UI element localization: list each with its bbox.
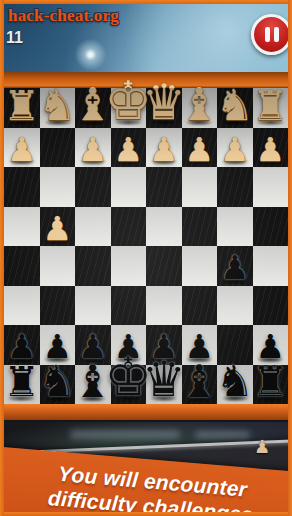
square[interactable]: ♛ xyxy=(146,88,182,128)
square[interactable]: ♞ xyxy=(217,88,253,128)
square[interactable] xyxy=(4,207,40,247)
square[interactable] xyxy=(146,207,182,247)
square[interactable]: ♞ xyxy=(40,365,76,405)
square[interactable] xyxy=(75,167,111,207)
square[interactable] xyxy=(40,167,76,207)
square[interactable] xyxy=(111,246,147,286)
square[interactable] xyxy=(111,167,147,207)
piece-white-pawn[interactable]: ♟ xyxy=(149,135,179,165)
square[interactable]: ♟ xyxy=(182,128,218,168)
move-counter: 11 xyxy=(6,29,23,47)
square[interactable] xyxy=(40,246,76,286)
watermark-text: hack-cheat.org xyxy=(8,6,119,26)
square[interactable] xyxy=(146,286,182,326)
piece-black-rook[interactable]: ♜ xyxy=(252,364,289,402)
square[interactable] xyxy=(182,286,218,326)
piece-white-pawn[interactable]: ♟ xyxy=(113,135,143,165)
piece-white-pawn[interactable]: ♟ xyxy=(184,135,214,165)
bottom-section: ♟ You will encounter difficulty challeng… xyxy=(0,422,292,516)
square[interactable]: ♜ xyxy=(4,88,40,128)
square[interactable] xyxy=(253,246,289,286)
square[interactable] xyxy=(182,167,218,207)
watermark-frame-bottom xyxy=(0,512,292,516)
square[interactable]: ♟ xyxy=(253,128,289,168)
square[interactable] xyxy=(217,286,253,326)
piece-white-rook[interactable]: ♜ xyxy=(3,88,40,126)
pause-icon xyxy=(274,27,279,42)
square[interactable]: ♟ xyxy=(4,128,40,168)
square[interactable]: ♜ xyxy=(253,365,289,405)
square[interactable] xyxy=(182,246,218,286)
watermark-frame-left xyxy=(0,0,4,516)
piece-white-pawn[interactable]: ♟ xyxy=(78,135,108,165)
blurred-text-artifact xyxy=(195,431,250,439)
square[interactable]: ♟ xyxy=(75,128,111,168)
square[interactable] xyxy=(4,286,40,326)
piece-black-knight[interactable]: ♞ xyxy=(38,362,77,402)
square[interactable] xyxy=(217,207,253,247)
square[interactable] xyxy=(111,207,147,247)
pause-icon xyxy=(265,27,270,42)
chess-board: ♜♞♝♚♛♝♞♜♟♟♟♟♟♟♟♟♟♟♟♟♟♟♟♟♜♞♝♚♛♝♞♜ xyxy=(0,72,292,420)
piece-black-rook[interactable]: ♜ xyxy=(3,364,40,402)
square[interactable]: ♝ xyxy=(182,88,218,128)
square[interactable] xyxy=(4,167,40,207)
piece-white-pawn[interactable]: ♟ xyxy=(220,135,250,165)
square[interactable] xyxy=(75,207,111,247)
piece-white-knight[interactable]: ♞ xyxy=(215,86,254,126)
square[interactable] xyxy=(146,246,182,286)
piece-white-pawn[interactable]: ♟ xyxy=(7,135,37,165)
board-grid: ♜♞♝♚♛♝♞♜♟♟♟♟♟♟♟♟♟♟♟♟♟♟♟♟♜♞♝♚♛♝♞♜ xyxy=(4,88,288,404)
square[interactable] xyxy=(253,286,289,326)
square[interactable]: ♛ xyxy=(146,365,182,405)
square[interactable]: ♟ xyxy=(217,246,253,286)
square[interactable] xyxy=(146,167,182,207)
watermark-frame-right xyxy=(288,0,292,516)
piece-white-bishop[interactable]: ♝ xyxy=(179,84,219,125)
square[interactable]: ♜ xyxy=(4,365,40,405)
square[interactable] xyxy=(4,246,40,286)
square[interactable]: ♟ xyxy=(111,128,147,168)
square[interactable]: ♟ xyxy=(217,128,253,168)
square[interactable] xyxy=(253,207,289,247)
piece-black-knight[interactable]: ♞ xyxy=(215,362,254,402)
piece-white-knight[interactable]: ♞ xyxy=(38,86,77,126)
square[interactable] xyxy=(217,167,253,207)
square[interactable]: ♚ xyxy=(111,88,147,128)
piece-black-pawn[interactable]: ♟ xyxy=(220,253,250,283)
square[interactable]: ♟ xyxy=(146,128,182,168)
square[interactable] xyxy=(75,246,111,286)
blurred-text-artifact xyxy=(70,430,180,439)
square[interactable]: ♟ xyxy=(40,207,76,247)
square[interactable]: ♝ xyxy=(182,365,218,405)
square[interactable]: ♞ xyxy=(40,88,76,128)
square[interactable] xyxy=(111,286,147,326)
piece-white-rook[interactable]: ♜ xyxy=(252,88,289,126)
piece-white-pawn[interactable]: ♟ xyxy=(42,214,72,244)
square[interactable] xyxy=(182,207,218,247)
square[interactable]: ♞ xyxy=(217,365,253,405)
square[interactable]: ♚ xyxy=(111,365,147,405)
square[interactable] xyxy=(253,167,289,207)
app-screenshot: hack-cheat.org 11 ♜♞♝♚♛♝♞♜♟♟♟♟♟♟♟♟♟♟♟♟♟♟… xyxy=(0,0,292,516)
watermark-frame-top xyxy=(0,0,292,4)
square[interactable]: ♜ xyxy=(253,88,289,128)
square[interactable] xyxy=(40,286,76,326)
piece-white-pawn[interactable]: ♟ xyxy=(255,135,285,165)
square[interactable] xyxy=(75,286,111,326)
piece-black-bishop[interactable]: ♝ xyxy=(179,361,219,402)
small-pawn-icon: ♟ xyxy=(254,436,270,457)
square[interactable] xyxy=(40,128,76,168)
pause-button[interactable] xyxy=(251,14,292,55)
